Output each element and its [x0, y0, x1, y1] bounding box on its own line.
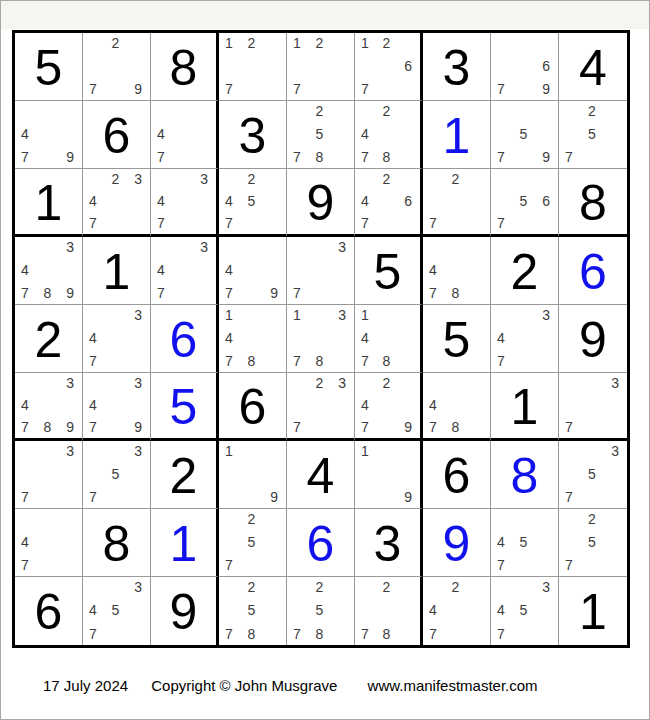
cell-r8c3[interactable]: 1: [151, 509, 219, 577]
cell-r3c6[interactable]: 2467: [355, 169, 423, 237]
pencil-marks: 2479: [355, 373, 420, 438]
cell-r8c6[interactable]: 3: [355, 509, 423, 577]
cell-r4c1[interactable]: 34789: [15, 237, 83, 305]
pencil-mark-1: 1: [361, 36, 369, 50]
pencil-mark-5: 5: [248, 535, 256, 549]
pencil-mark-1: 1: [225, 308, 233, 322]
pencil-marks: 567: [491, 169, 558, 234]
cell-r2c7[interactable]: 1: [423, 101, 491, 169]
cell-r9c8[interactable]: 3457: [491, 577, 559, 645]
pencil-marks: 3457: [83, 577, 150, 645]
pencil-mark-4: 4: [429, 263, 437, 277]
pencil-mark-9: 9: [404, 490, 412, 504]
pencil-marks: 19: [355, 441, 420, 508]
pencil-marks: 357: [559, 441, 627, 508]
pencil-mark-4: 4: [157, 127, 165, 141]
pencil-mark-7: 7: [497, 558, 505, 572]
cell-r4c5[interactable]: 37: [287, 237, 355, 305]
pencil-mark-4: 4: [157, 194, 165, 208]
pencil-marks: 37: [287, 237, 354, 304]
pencil-mark-4: 4: [429, 603, 437, 617]
given-digit: 1: [35, 178, 63, 228]
pencil-marks: 34789: [15, 373, 82, 438]
given-digit: 8: [170, 43, 198, 93]
pencil-mark-7: 7: [565, 150, 573, 164]
cell-r5c1[interactable]: 2: [15, 305, 83, 373]
pencil-mark-4: 4: [21, 535, 29, 549]
pencil-mark-7: 7: [225, 558, 233, 572]
cell-r7c3[interactable]: 2: [151, 441, 219, 509]
pencil-mark-7: 7: [497, 627, 505, 641]
solved-digit-blue: 1: [170, 519, 198, 569]
given-digit: 6: [35, 587, 63, 637]
pencil-mark-7: 7: [157, 286, 165, 300]
solved-digit-blue: 9: [443, 519, 471, 569]
cell-r8c2[interactable]: 8: [83, 509, 151, 577]
pencil-mark-6: 6: [542, 59, 550, 73]
pencil-mark-8: 8: [44, 286, 52, 300]
cell-r4c4[interactable]: 479: [219, 237, 287, 305]
pencil-marks: 127: [287, 33, 354, 100]
pencil-marks: 3479: [83, 373, 150, 438]
cell-r4c7[interactable]: 478: [423, 237, 491, 305]
pencil-marks: 37: [559, 373, 627, 438]
pencil-mark-6: 6: [404, 59, 412, 73]
pencil-mark-9: 9: [270, 490, 278, 504]
cell-r3c7[interactable]: 27: [423, 169, 491, 237]
pencil-marks: 347: [151, 169, 216, 234]
pencil-mark-4: 4: [89, 331, 97, 345]
pencil-marks: 257: [559, 509, 627, 576]
pencil-marks: 34789: [15, 237, 82, 304]
cell-r4c2[interactable]: 1: [83, 237, 151, 305]
pencil-mark-5: 5: [520, 194, 528, 208]
given-digit: 4: [579, 43, 607, 93]
pencil-mark-7: 7: [565, 558, 573, 572]
pencil-marks: 257: [559, 101, 627, 168]
pencil-mark-7: 7: [293, 420, 301, 434]
given-digit: 8: [103, 519, 131, 569]
cell-r3c4[interactable]: 2457: [219, 169, 287, 237]
pencil-mark-5: 5: [588, 127, 596, 141]
pencil-mark-7: 7: [225, 216, 233, 230]
cell-r6c7[interactable]: 478: [423, 373, 491, 441]
pencil-mark-3: 3: [66, 376, 74, 390]
pencil-mark-9: 9: [542, 82, 550, 96]
pencil-mark-2: 2: [383, 376, 391, 390]
cell-r5c5[interactable]: 1378: [287, 305, 355, 373]
cell-r7c2[interactable]: 357: [83, 441, 151, 509]
pencil-mark-5: 5: [316, 603, 324, 617]
pencil-mark-7: 7: [293, 82, 301, 96]
pencil-mark-2: 2: [316, 104, 324, 118]
pencil-mark-3: 3: [134, 444, 142, 458]
solved-digit-blue: 6: [579, 247, 607, 297]
cell-r1c9[interactable]: 4: [559, 33, 627, 101]
cell-r6c8[interactable]: 1: [491, 373, 559, 441]
cell-r6c6[interactable]: 2479: [355, 373, 423, 441]
pencil-mark-2: 2: [248, 512, 256, 526]
pencil-mark-7: 7: [361, 82, 369, 96]
pencil-mark-9: 9: [66, 286, 74, 300]
pencil-mark-7: 7: [89, 420, 97, 434]
given-digit: 1: [579, 587, 607, 637]
footer-website: www.manifestmaster.com: [368, 677, 538, 694]
cell-r6c1[interactable]: 34789: [15, 373, 83, 441]
pencil-mark-7: 7: [89, 627, 97, 641]
given-digit: 8: [579, 178, 607, 228]
pencil-mark-3: 3: [338, 376, 346, 390]
pencil-mark-2: 2: [316, 36, 324, 50]
cell-r8c8[interactable]: 457: [491, 509, 559, 577]
pencil-mark-7: 7: [429, 286, 437, 300]
pencil-mark-4: 4: [361, 127, 369, 141]
pencil-mark-3: 3: [542, 580, 550, 594]
pencil-marks: 579: [491, 101, 558, 168]
pencil-mark-4: 4: [21, 263, 29, 277]
sudoku-app-page: 5279812712712673679447964732578247815792…: [0, 0, 650, 720]
pencil-marks: 478: [423, 237, 490, 304]
pencil-mark-7: 7: [293, 627, 301, 641]
cell-r2c9[interactable]: 257: [559, 101, 627, 169]
cell-r8c9[interactable]: 257: [559, 509, 627, 577]
cell-r9c3[interactable]: 9: [151, 577, 219, 645]
given-digit: 2: [170, 451, 198, 501]
pencil-mark-1: 1: [225, 444, 233, 458]
pencil-mark-8: 8: [452, 286, 460, 300]
pencil-mark-7: 7: [21, 150, 29, 164]
pencil-mark-9: 9: [134, 82, 142, 96]
footer: 17 July 2024 Copyright © John Musgrave w…: [43, 677, 538, 694]
cell-r2c3[interactable]: 47: [151, 101, 219, 169]
cell-r2c1[interactable]: 479: [15, 101, 83, 169]
pencil-mark-7: 7: [293, 354, 301, 368]
solved-digit-blue: 6: [307, 519, 335, 569]
pencil-mark-4: 4: [429, 398, 437, 412]
pencil-mark-7: 7: [89, 490, 97, 504]
cell-r4c9[interactable]: 6: [559, 237, 627, 305]
pencil-mark-4: 4: [225, 331, 233, 345]
pencil-mark-8: 8: [316, 150, 324, 164]
cell-r6c5[interactable]: 237: [287, 373, 355, 441]
cell-r9c1[interactable]: 6: [15, 577, 83, 645]
pencil-mark-1: 1: [361, 308, 369, 322]
pencil-marks: 37: [15, 441, 82, 508]
pencil-mark-7: 7: [497, 354, 505, 368]
pencil-marks: 347: [83, 305, 150, 372]
pencil-marks: 1478: [355, 305, 420, 372]
cell-r5c8[interactable]: 347: [491, 305, 559, 373]
cell-r8c7[interactable]: 9: [423, 509, 491, 577]
pencil-mark-3: 3: [542, 308, 550, 322]
pencil-marks: 2578: [287, 577, 354, 645]
pencil-mark-8: 8: [383, 354, 391, 368]
cell-r1c7[interactable]: 3: [423, 33, 491, 101]
pencil-mark-4: 4: [497, 535, 505, 549]
pencil-marks: 247: [423, 577, 490, 645]
pencil-mark-9: 9: [270, 286, 278, 300]
cell-r2c2[interactable]: 6: [83, 101, 151, 169]
pencil-marks: 479: [219, 237, 286, 304]
pencil-mark-7: 7: [21, 490, 29, 504]
pencil-mark-2: 2: [588, 104, 596, 118]
cell-r5c4[interactable]: 1478: [219, 305, 287, 373]
footer-copyright: Copyright © John Musgrave: [151, 677, 337, 694]
pencil-mark-4: 4: [225, 263, 233, 277]
cell-r4c3[interactable]: 347: [151, 237, 219, 305]
pencil-mark-8: 8: [248, 354, 256, 368]
pencil-marks: 47: [151, 101, 216, 168]
cell-r5c6[interactable]: 1478: [355, 305, 423, 373]
pencil-mark-7: 7: [89, 82, 97, 96]
cell-r7c7[interactable]: 6: [423, 441, 491, 509]
pencil-marks: 279: [83, 33, 150, 100]
pencil-mark-9: 9: [134, 420, 142, 434]
given-digit: 3: [443, 43, 471, 93]
pencil-mark-4: 4: [89, 398, 97, 412]
cell-r1c4[interactable]: 127: [219, 33, 287, 101]
pencil-mark-2: 2: [452, 580, 460, 594]
pencil-mark-9: 9: [404, 420, 412, 434]
pencil-mark-5: 5: [112, 603, 120, 617]
given-digit: 2: [511, 247, 539, 297]
pencil-mark-3: 3: [338, 308, 346, 322]
cell-r1c6[interactable]: 1267: [355, 33, 423, 101]
cell-r7c6[interactable]: 19: [355, 441, 423, 509]
cell-r2c6[interactable]: 2478: [355, 101, 423, 169]
pencil-mark-7: 7: [225, 286, 233, 300]
pencil-mark-3: 3: [66, 240, 74, 254]
pencil-mark-9: 9: [66, 150, 74, 164]
pencil-mark-8: 8: [44, 420, 52, 434]
cell-r7c5[interactable]: 4: [287, 441, 355, 509]
pencil-mark-7: 7: [361, 420, 369, 434]
pencil-mark-4: 4: [497, 603, 505, 617]
pencil-mark-3: 3: [611, 444, 619, 458]
cell-r7c1[interactable]: 37: [15, 441, 83, 509]
pencil-mark-5: 5: [520, 127, 528, 141]
cell-r5c3[interactable]: 6: [151, 305, 219, 373]
pencil-mark-4: 4: [89, 603, 97, 617]
pencil-mark-7: 7: [21, 558, 29, 572]
solved-digit-blue: 6: [170, 315, 198, 365]
pencil-mark-7: 7: [157, 150, 165, 164]
pencil-mark-7: 7: [565, 420, 573, 434]
pencil-mark-9: 9: [542, 150, 550, 164]
pencil-marks: 1378: [287, 305, 354, 372]
pencil-mark-4: 4: [157, 263, 165, 277]
cell-r6c4[interactable]: 6: [219, 373, 287, 441]
pencil-mark-4: 4: [21, 398, 29, 412]
pencil-mark-7: 7: [361, 627, 369, 641]
pencil-marks: 357: [83, 441, 150, 508]
pencil-mark-6: 6: [404, 194, 412, 208]
cell-r8c4[interactable]: 257: [219, 509, 287, 577]
cell-r7c9[interactable]: 357: [559, 441, 627, 509]
cell-r2c4[interactable]: 3: [219, 101, 287, 169]
cell-r1c8[interactable]: 679: [491, 33, 559, 101]
pencil-mark-5: 5: [520, 535, 528, 549]
pencil-mark-7: 7: [21, 286, 29, 300]
cell-r5c2[interactable]: 347: [83, 305, 151, 373]
pencil-mark-4: 4: [361, 331, 369, 345]
pencil-mark-8: 8: [452, 420, 460, 434]
pencil-mark-2: 2: [248, 580, 256, 594]
pencil-mark-7: 7: [21, 420, 29, 434]
pencil-mark-7: 7: [429, 627, 437, 641]
pencil-marks: 2578: [287, 101, 354, 168]
given-digit: 2: [35, 315, 63, 365]
pencil-mark-4: 4: [21, 127, 29, 141]
pencil-mark-8: 8: [248, 627, 256, 641]
pencil-mark-3: 3: [134, 172, 142, 186]
cell-r6c9[interactable]: 37: [559, 373, 627, 441]
cell-r3c1[interactable]: 1: [15, 169, 83, 237]
given-digit: 3: [239, 111, 267, 161]
cell-r3c5[interactable]: 9: [287, 169, 355, 237]
pencil-mark-5: 5: [588, 467, 596, 481]
given-digit: 9: [307, 178, 335, 228]
pencil-mark-2: 2: [316, 580, 324, 594]
pencil-mark-4: 4: [225, 194, 233, 208]
pencil-mark-2: 2: [383, 580, 391, 594]
pencil-marks: 237: [287, 373, 354, 438]
pencil-mark-7: 7: [497, 216, 505, 230]
pencil-mark-7: 7: [361, 216, 369, 230]
cell-r3c9[interactable]: 8: [559, 169, 627, 237]
pencil-mark-5: 5: [248, 194, 256, 208]
pencil-mark-7: 7: [293, 150, 301, 164]
pencil-mark-7: 7: [565, 490, 573, 504]
pencil-mark-7: 7: [225, 82, 233, 96]
pencil-mark-1: 1: [293, 36, 301, 50]
pencil-mark-3: 3: [134, 580, 142, 594]
pencil-mark-7: 7: [429, 216, 437, 230]
given-digit: 5: [374, 247, 402, 297]
pencil-mark-8: 8: [316, 354, 324, 368]
pencil-mark-3: 3: [134, 308, 142, 322]
pencil-marks: 679: [491, 33, 558, 100]
cell-r1c3[interactable]: 8: [151, 33, 219, 101]
pencil-marks: 2578: [219, 577, 286, 645]
given-digit: 6: [103, 111, 131, 161]
pencil-marks: 19: [219, 441, 286, 508]
cell-r1c5[interactable]: 127: [287, 33, 355, 101]
cell-r6c2[interactable]: 3479: [83, 373, 151, 441]
pencil-marks: 47: [15, 509, 82, 576]
given-digit: 4: [307, 451, 335, 501]
pencil-mark-9: 9: [66, 420, 74, 434]
cell-r9c6[interactable]: 278: [355, 577, 423, 645]
pencil-mark-5: 5: [520, 603, 528, 617]
pencil-mark-7: 7: [293, 286, 301, 300]
cell-r3c8[interactable]: 567: [491, 169, 559, 237]
cell-r4c6[interactable]: 5: [355, 237, 423, 305]
pencil-marks: 278: [355, 577, 420, 645]
given-digit: 5: [443, 315, 471, 365]
solved-digit-blue: 5: [170, 382, 198, 432]
pencil-marks: 2478: [355, 101, 420, 168]
cell-r4c8[interactable]: 2: [491, 237, 559, 305]
pencil-mark-2: 2: [248, 172, 256, 186]
pencil-marks: 3457: [491, 577, 558, 645]
cell-r5c7[interactable]: 5: [423, 305, 491, 373]
pencil-mark-7: 7: [429, 420, 437, 434]
pencil-mark-3: 3: [611, 376, 619, 390]
cell-r8c1[interactable]: 47: [15, 509, 83, 577]
pencil-mark-1: 1: [225, 36, 233, 50]
cell-r2c5[interactable]: 2578: [287, 101, 355, 169]
pencil-mark-7: 7: [89, 216, 97, 230]
given-digit: 6: [239, 382, 267, 432]
cell-r7c8[interactable]: 8: [491, 441, 559, 509]
pencil-mark-3: 3: [338, 240, 346, 254]
given-digit: 1: [511, 382, 539, 432]
pencil-mark-6: 6: [542, 194, 550, 208]
given-digit: 9: [170, 587, 198, 637]
cell-r3c2[interactable]: 2347: [83, 169, 151, 237]
pencil-mark-8: 8: [383, 627, 391, 641]
cell-r9c4[interactable]: 2578: [219, 577, 287, 645]
cell-r9c7[interactable]: 247: [423, 577, 491, 645]
given-digit: 5: [35, 43, 63, 93]
pencil-mark-4: 4: [497, 331, 505, 345]
given-digit: 6: [443, 451, 471, 501]
pencil-mark-7: 7: [225, 627, 233, 641]
cell-r8c5[interactable]: 6: [287, 509, 355, 577]
pencil-mark-2: 2: [588, 512, 596, 526]
pencil-marks: 347: [151, 237, 216, 304]
pencil-marks: 347: [491, 305, 558, 372]
pencil-marks: 27: [423, 169, 490, 234]
cell-r9c2[interactable]: 3457: [83, 577, 151, 645]
pencil-mark-3: 3: [66, 444, 74, 458]
pencil-marks: 2347: [83, 169, 150, 234]
pencil-mark-2: 2: [383, 172, 391, 186]
cell-r1c2[interactable]: 279: [83, 33, 151, 101]
cell-r7c4[interactable]: 19: [219, 441, 287, 509]
pencil-mark-5: 5: [248, 603, 256, 617]
pencil-marks: 478: [423, 373, 490, 438]
pencil-mark-3: 3: [134, 376, 142, 390]
pencil-marks: 1267: [355, 33, 420, 100]
pencil-mark-2: 2: [383, 104, 391, 118]
cell-r1c1[interactable]: 5: [15, 33, 83, 101]
pencil-marks: 457: [491, 509, 558, 576]
cell-r6c3[interactable]: 5: [151, 373, 219, 441]
cell-r3c3[interactable]: 347: [151, 169, 219, 237]
pencil-mark-4: 4: [89, 194, 97, 208]
pencil-mark-2: 2: [316, 376, 324, 390]
pencil-marks: 479: [15, 101, 82, 168]
cell-r5c9[interactable]: 9: [559, 305, 627, 373]
pencil-mark-7: 7: [225, 354, 233, 368]
solved-digit-blue: 1: [443, 111, 471, 161]
pencil-mark-1: 1: [293, 308, 301, 322]
solved-digit-blue: 8: [511, 451, 539, 501]
given-digit: 9: [579, 315, 607, 365]
pencil-mark-7: 7: [361, 354, 369, 368]
pencil-mark-7: 7: [157, 216, 165, 230]
pencil-mark-2: 2: [383, 36, 391, 50]
cell-r9c5[interactable]: 2578: [287, 577, 355, 645]
cell-r2c8[interactable]: 579: [491, 101, 559, 169]
pencil-marks: 127: [219, 33, 286, 100]
pencil-marks: 1478: [219, 305, 286, 372]
cell-r9c9[interactable]: 1: [559, 577, 627, 645]
pencil-mark-8: 8: [316, 627, 324, 641]
pencil-mark-2: 2: [112, 36, 120, 50]
